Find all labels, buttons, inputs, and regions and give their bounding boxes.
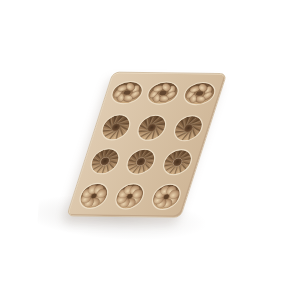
baking-pan — [66, 72, 227, 218]
mold-svg-fluted-ring — [155, 147, 199, 177]
pan-grid — [70, 75, 223, 214]
mold-svg-spiral-ring — [166, 113, 210, 143]
mold-svg-twist-swirl — [177, 79, 221, 109]
mold-svg-ball-ring — [144, 182, 188, 212]
product-photo-canvas — [0, 0, 300, 300]
